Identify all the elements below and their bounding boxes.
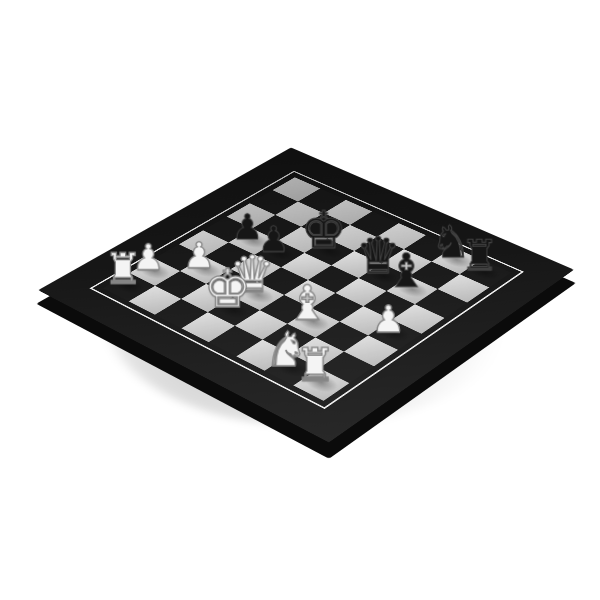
product-photo-scene: ♜♟♟♚♛♝♞♜♟♟♟♚♛♝♞♜ bbox=[0, 0, 600, 600]
white-bishop-icon: ♝ bbox=[274, 279, 340, 327]
black-bishop-icon: ♝ bbox=[374, 247, 439, 293]
chess-board-3d: ♜♟♟♚♛♝♞♜♟♟♟♚♛♝♞♜ bbox=[38, 148, 574, 443]
white-king-icon: ♚ bbox=[194, 262, 260, 315]
white-rook-icon: ♜ bbox=[90, 248, 154, 290]
square-d1 bbox=[182, 312, 235, 342]
white-rook-icon: ♜ bbox=[281, 343, 350, 388]
white-pawn-icon: ♟ bbox=[356, 301, 423, 338]
